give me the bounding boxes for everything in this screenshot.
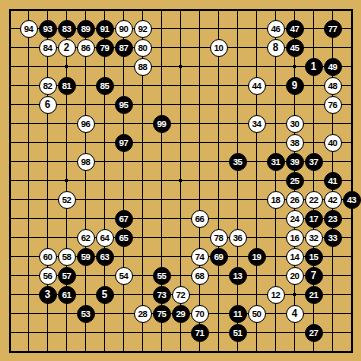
stone-white-78: 78 (210, 229, 228, 247)
stone-black-15: 15 (305, 248, 323, 266)
stone-black-75: 75 (153, 305, 171, 323)
stone-black-7: 7 (305, 267, 323, 285)
stone-black-1: 1 (305, 58, 323, 76)
stone-black-31: 31 (267, 153, 285, 171)
stone-black-65: 65 (115, 229, 133, 247)
stone-white-8: 8 (267, 39, 285, 57)
stone-black-27: 27 (305, 324, 323, 342)
stone-black-23: 23 (324, 210, 342, 228)
stone-black-87: 87 (115, 39, 133, 57)
stone-black-61: 61 (58, 286, 76, 304)
stone-white-68: 68 (191, 267, 209, 285)
stone-white-76: 76 (324, 96, 342, 114)
stone-white-10: 10 (210, 39, 228, 57)
stone-white-34: 34 (248, 115, 266, 133)
stone-black-47: 47 (286, 20, 304, 38)
stone-black-71: 71 (191, 324, 209, 342)
stone-white-98: 98 (77, 153, 95, 171)
stone-white-90: 90 (115, 20, 133, 38)
stone-black-41: 41 (324, 172, 342, 190)
stone-black-89: 89 (77, 20, 95, 38)
stone-black-29: 29 (172, 305, 190, 323)
stone-white-84: 84 (39, 39, 57, 57)
stone-black-13: 13 (229, 267, 247, 285)
stone-white-70: 70 (191, 305, 209, 323)
stone-black-39: 39 (286, 153, 304, 171)
stone-white-96: 96 (77, 115, 95, 133)
stone-black-79: 79 (96, 39, 114, 57)
stone-white-22: 22 (305, 191, 323, 209)
stone-black-35: 35 (229, 153, 247, 171)
stone-black-17: 17 (305, 210, 323, 228)
stone-white-94: 94 (20, 20, 38, 38)
stone-black-95: 95 (115, 96, 133, 114)
stone-white-66: 66 (191, 210, 209, 228)
stone-white-38: 38 (286, 134, 304, 152)
stone-white-88: 88 (134, 58, 152, 76)
stone-black-99: 99 (153, 115, 171, 133)
stone-white-16: 16 (286, 229, 304, 247)
stone-black-43: 43 (343, 191, 361, 209)
stone-white-86: 86 (77, 39, 95, 57)
stone-black-51: 51 (229, 324, 247, 342)
stone-white-46: 46 (267, 20, 285, 38)
stone-black-33: 33 (324, 229, 342, 247)
stone-black-49: 49 (324, 58, 342, 76)
stone-black-77: 77 (324, 20, 342, 38)
stone-black-85: 85 (96, 77, 114, 95)
stone-white-48: 48 (324, 77, 342, 95)
stone-white-30: 30 (286, 115, 304, 133)
stone-black-93: 93 (39, 20, 57, 38)
stone-white-58: 58 (58, 248, 76, 266)
stone-white-12: 12 (267, 286, 285, 304)
stone-black-25: 25 (286, 172, 304, 190)
stone-white-42: 42 (324, 191, 342, 209)
stone-black-21: 21 (305, 286, 323, 304)
stone-black-59: 59 (77, 248, 95, 266)
stone-white-14: 14 (286, 248, 304, 266)
stone-white-72: 72 (172, 286, 190, 304)
stone-white-2: 2 (58, 39, 76, 57)
stone-white-54: 54 (115, 267, 133, 285)
stone-white-50: 50 (248, 305, 266, 323)
stone-black-97: 97 (115, 134, 133, 152)
stone-black-55: 55 (153, 267, 171, 285)
stone-black-69: 69 (210, 248, 228, 266)
stone-white-18: 18 (267, 191, 285, 209)
stone-black-5: 5 (96, 286, 114, 304)
stone-black-53: 53 (77, 305, 95, 323)
stone-black-63: 63 (96, 248, 114, 266)
stone-black-81: 81 (58, 77, 76, 95)
stone-white-28: 28 (134, 305, 152, 323)
stone-black-19: 19 (248, 248, 266, 266)
stone-white-52: 52 (58, 191, 76, 209)
stone-white-80: 80 (134, 39, 152, 57)
stone-black-37: 37 (305, 153, 323, 171)
stone-white-92: 92 (134, 20, 152, 38)
stone-black-73: 73 (153, 286, 171, 304)
stone-black-9: 9 (286, 77, 304, 95)
stone-black-57: 57 (58, 267, 76, 285)
stone-black-45: 45 (286, 39, 304, 57)
stone-white-20: 20 (286, 267, 304, 285)
stone-black-67: 67 (115, 210, 133, 228)
stone-black-91: 91 (96, 20, 114, 38)
stone-white-56: 56 (39, 267, 57, 285)
stone-white-60: 60 (39, 248, 57, 266)
stone-white-26: 26 (286, 191, 304, 209)
stone-white-6: 6 (39, 96, 57, 114)
stone-white-62: 62 (77, 229, 95, 247)
stone-white-74: 74 (191, 248, 209, 266)
go-board: 1234567891011121314151617181920212223242… (0, 0, 361, 361)
stone-white-32: 32 (305, 229, 323, 247)
stone-white-64: 64 (96, 229, 114, 247)
stone-white-24: 24 (286, 210, 304, 228)
stone-white-36: 36 (229, 229, 247, 247)
stone-white-44: 44 (248, 77, 266, 95)
stone-black-83: 83 (58, 20, 76, 38)
stone-black-11: 11 (229, 305, 247, 323)
stone-white-4: 4 (286, 305, 304, 323)
stone-white-82: 82 (39, 77, 57, 95)
stone-black-3: 3 (39, 286, 57, 304)
stone-white-40: 40 (324, 134, 342, 152)
